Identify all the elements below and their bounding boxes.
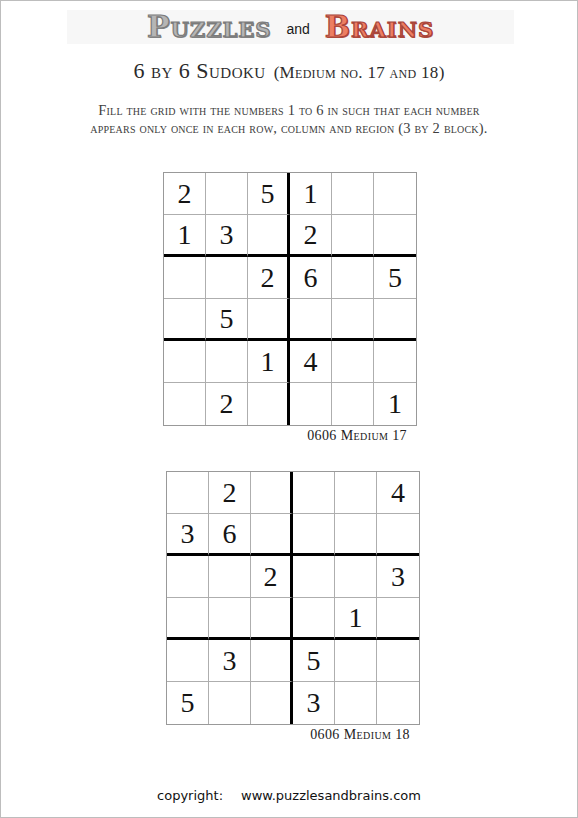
cell-r3c6: 5	[374, 257, 416, 299]
logo-and-text: and	[286, 21, 309, 37]
cell-r1c5	[332, 173, 374, 215]
page-title-subtitle: (Medium no. 17 and 18)	[274, 63, 445, 82]
cell-r3c5	[335, 556, 377, 598]
cell-r6c2	[209, 682, 251, 724]
cell-r5c4: 5	[293, 640, 335, 682]
site-logo-banner: Puzzles and Brains	[67, 10, 514, 44]
board-caption-medium-18: 0606 Medium 18	[166, 727, 418, 743]
cell-r5c4: 4	[290, 341, 332, 383]
page-title: 6 by 6 Sudoku (Medium no. 17 and 18)	[1, 58, 577, 84]
printable-sudoku-page: Puzzles and Brains 6 by 6 Sudoku (Medium…	[0, 0, 578, 818]
cell-r2c6	[377, 514, 419, 556]
cell-r4c6	[377, 598, 419, 640]
sudoku-board-medium-18: 24362313553	[166, 471, 420, 725]
cell-r2c2: 6	[209, 514, 251, 556]
cell-r3c3: 2	[251, 556, 293, 598]
instructions-line-2: appears only once in each row, column an…	[1, 120, 577, 138]
cell-r6c3	[248, 383, 290, 425]
cell-r3c4: 6	[290, 257, 332, 299]
cell-r5c3: 1	[248, 341, 290, 383]
cell-r5c6	[374, 341, 416, 383]
cell-r2c4: 2	[290, 215, 332, 257]
cell-r3c2	[206, 257, 248, 299]
cell-r1c6: 4	[377, 472, 419, 514]
cell-r6c3	[251, 682, 293, 724]
cell-r2c5	[335, 514, 377, 556]
cell-r3c1	[167, 556, 209, 598]
cell-r2c4	[293, 514, 335, 556]
cell-r4c4	[290, 299, 332, 341]
cell-r3c1	[164, 257, 206, 299]
cell-r2c3	[251, 514, 293, 556]
cell-r6c4	[290, 383, 332, 425]
cell-r3c4	[293, 556, 335, 598]
cell-r3c3: 2	[248, 257, 290, 299]
logo-puzzles-text: Puzzles	[147, 12, 271, 42]
cell-r6c1: 5	[167, 682, 209, 724]
logo-brains-text: Brains	[325, 12, 434, 42]
cell-r5c5	[332, 341, 374, 383]
cell-r4c4	[293, 598, 335, 640]
cell-r1c1: 2	[164, 173, 206, 215]
cell-r5c1	[167, 640, 209, 682]
sudoku-board-medium-17: 25113226551421	[163, 172, 417, 426]
cell-r1c4	[293, 472, 335, 514]
cell-r2c6	[374, 215, 416, 257]
copyright-label: copyright:	[157, 788, 223, 803]
cell-r5c1	[164, 341, 206, 383]
cell-r1c5	[335, 472, 377, 514]
cell-r4c3	[248, 299, 290, 341]
cell-r6c6: 1	[374, 383, 416, 425]
cell-r2c1: 1	[164, 215, 206, 257]
cell-r6c5	[335, 682, 377, 724]
page-title-main: 6 by 6 Sudoku	[133, 58, 265, 83]
cell-r4c2	[209, 598, 251, 640]
cell-r3c5	[332, 257, 374, 299]
cell-r6c5	[332, 383, 374, 425]
cell-r1c2	[206, 173, 248, 215]
cell-r5c3	[251, 640, 293, 682]
cell-r3c2	[209, 556, 251, 598]
cell-r5c5	[335, 640, 377, 682]
cell-r2c2: 3	[206, 215, 248, 257]
cell-r1c3: 5	[248, 173, 290, 215]
cell-r1c2: 2	[209, 472, 251, 514]
cell-r1c1	[167, 472, 209, 514]
cell-r6c2: 2	[206, 383, 248, 425]
cell-r5c2: 3	[209, 640, 251, 682]
cell-r3c6: 3	[377, 556, 419, 598]
board-caption-medium-17: 0606 Medium 17	[163, 428, 415, 444]
cell-r2c5	[332, 215, 374, 257]
cell-r4c6	[374, 299, 416, 341]
cell-r6c1	[164, 383, 206, 425]
puzzle-instructions: Fill the grid with the numbers 1 to 6 in…	[1, 102, 577, 137]
cell-r6c4: 3	[293, 682, 335, 724]
site-url: www.puzzlesandbrains.com	[241, 788, 421, 803]
cell-r5c2	[206, 341, 248, 383]
cell-r4c3	[251, 598, 293, 640]
cell-r1c4: 1	[290, 173, 332, 215]
cell-r5c6	[377, 640, 419, 682]
footer-copyright: copyright: www.puzzlesandbrains.com	[1, 788, 577, 803]
cell-r1c6	[374, 173, 416, 215]
cell-r1c3	[251, 472, 293, 514]
cell-r4c1	[164, 299, 206, 341]
instructions-line-1: Fill the grid with the numbers 1 to 6 in…	[1, 102, 577, 120]
cell-r2c1: 3	[167, 514, 209, 556]
cell-r4c5: 1	[335, 598, 377, 640]
cell-r4c1	[167, 598, 209, 640]
cell-r4c2: 5	[206, 299, 248, 341]
cell-r2c3	[248, 215, 290, 257]
cell-r6c6	[377, 682, 419, 724]
cell-r4c5	[332, 299, 374, 341]
